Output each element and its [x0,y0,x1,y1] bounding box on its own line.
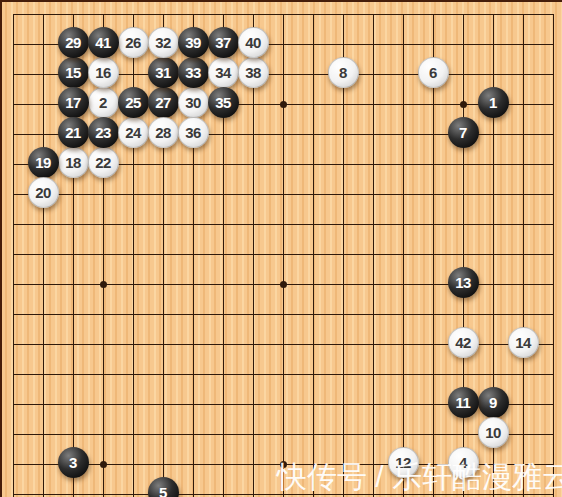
stone-white-34: 34 [208,57,239,88]
star-point [280,101,287,108]
stone-white-42: 42 [448,327,479,358]
stone-black-29: 29 [58,27,89,58]
stone-black-21: 21 [58,117,89,148]
stone-black-27: 27 [148,87,179,118]
stone-white-10: 10 [478,417,509,448]
go-board-diagram: 1234567891011121314151617181920212223242… [0,0,562,497]
stone-white-18: 18 [58,147,89,178]
star-point [100,461,107,468]
stone-white-2: 2 [88,87,119,118]
stone-black-35: 35 [208,87,239,118]
stone-white-6: 6 [418,57,449,88]
stone-white-8: 8 [328,57,359,88]
stone-black-23: 23 [88,117,119,148]
stone-white-36: 36 [178,117,209,148]
stone-black-19: 19 [28,147,59,178]
stone-white-24: 24 [118,117,149,148]
stone-white-30: 30 [178,87,209,118]
stone-black-17: 17 [58,87,89,118]
star-point [100,281,107,288]
top-edge-border [0,0,562,2]
stone-white-22: 22 [88,147,119,178]
star-point [460,101,467,108]
stone-black-37: 37 [208,27,239,58]
stone-white-28: 28 [148,117,179,148]
left-edge-border [0,0,2,497]
stone-white-26: 26 [118,27,149,58]
stone-black-9: 9 [478,387,509,418]
stone-black-11: 11 [448,387,479,418]
stone-white-20: 20 [28,177,59,208]
stone-white-16: 16 [88,57,119,88]
stone-black-33: 33 [178,57,209,88]
stone-black-7: 7 [448,117,479,148]
stone-white-40: 40 [238,27,269,58]
board-grid [13,14,554,497]
stone-white-32: 32 [148,27,179,58]
stone-black-3: 3 [58,447,89,478]
stone-black-41: 41 [88,27,119,58]
star-point [280,281,287,288]
stone-black-1: 1 [478,87,509,118]
stone-white-14: 14 [508,327,539,358]
stone-black-25: 25 [118,87,149,118]
stone-black-31: 31 [148,57,179,88]
stone-white-38: 38 [238,57,269,88]
stone-black-39: 39 [178,27,209,58]
stone-black-15: 15 [58,57,89,88]
stone-black-13: 13 [448,267,479,298]
watermark-text: 快传号 / 乐轩酷漫雅云 [277,461,562,493]
